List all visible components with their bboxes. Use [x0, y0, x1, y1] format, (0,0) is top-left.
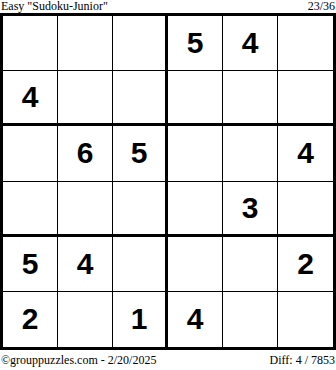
sudoku-cell-empty[interactable] [168, 237, 223, 292]
sudoku-cell-empty[interactable] [113, 237, 168, 292]
sudoku-cell-empty[interactable] [223, 292, 278, 347]
difficulty-text: Diff: 4 / 7853 [270, 353, 335, 368]
sudoku-cell-given: 6 [58, 126, 113, 181]
sudoku-cell-empty[interactable] [168, 71, 223, 126]
copyright-text: ©grouppuzzles.com - 2/20/2025 [1, 353, 156, 368]
sudoku-cell-given: 4 [223, 16, 278, 71]
sudoku-board: 5446543542214 [0, 13, 336, 350]
sudoku-cell-empty[interactable] [3, 126, 58, 181]
puzzle-title: Easy "Sudoku-Junior" [1, 0, 108, 13]
sudoku-cell-empty[interactable] [58, 71, 113, 126]
sudoku-cell-given: 2 [3, 292, 58, 347]
header: Easy "Sudoku-Junior" 23/36 [0, 0, 336, 13]
sudoku-cell-empty[interactable] [278, 71, 333, 126]
sudoku-cell-empty[interactable] [168, 182, 223, 237]
sudoku-cell-empty[interactable] [58, 292, 113, 347]
sudoku-cell-empty[interactable] [223, 71, 278, 126]
sudoku-cell-empty[interactable] [58, 182, 113, 237]
sudoku-cell-empty[interactable] [278, 292, 333, 347]
sudoku-cell-empty[interactable] [113, 71, 168, 126]
sudoku-cell-given: 5 [113, 126, 168, 181]
sudoku-cell-empty[interactable] [223, 126, 278, 181]
sudoku-cell-empty[interactable] [3, 182, 58, 237]
sudoku-cell-given: 5 [3, 237, 58, 292]
sudoku-cell-empty[interactable] [278, 16, 333, 71]
sudoku-cell-given: 3 [223, 182, 278, 237]
sudoku-junior-page: Easy "Sudoku-Junior" 23/36 5446543542214… [0, 0, 336, 370]
sudoku-cell-empty[interactable] [113, 16, 168, 71]
footer: ©grouppuzzles.com - 2/20/2025 Diff: 4 / … [0, 350, 336, 370]
sudoku-cell-given: 4 [3, 71, 58, 126]
sudoku-cell-given: 4 [168, 292, 223, 347]
sudoku-cell-given: 2 [278, 237, 333, 292]
sudoku-cell-given: 5 [168, 16, 223, 71]
sudoku-cell-empty[interactable] [3, 16, 58, 71]
sudoku-cell-given: 4 [58, 237, 113, 292]
sudoku-cell-empty[interactable] [223, 237, 278, 292]
empty-cell-counter: 23/36 [308, 0, 335, 13]
sudoku-cell-given: 1 [113, 292, 168, 347]
sudoku-cell-empty[interactable] [168, 126, 223, 181]
sudoku-cell-empty[interactable] [113, 182, 168, 237]
sudoku-cell-empty[interactable] [58, 16, 113, 71]
sudoku-cell-given: 4 [278, 126, 333, 181]
sudoku-cell-empty[interactable] [278, 182, 333, 237]
